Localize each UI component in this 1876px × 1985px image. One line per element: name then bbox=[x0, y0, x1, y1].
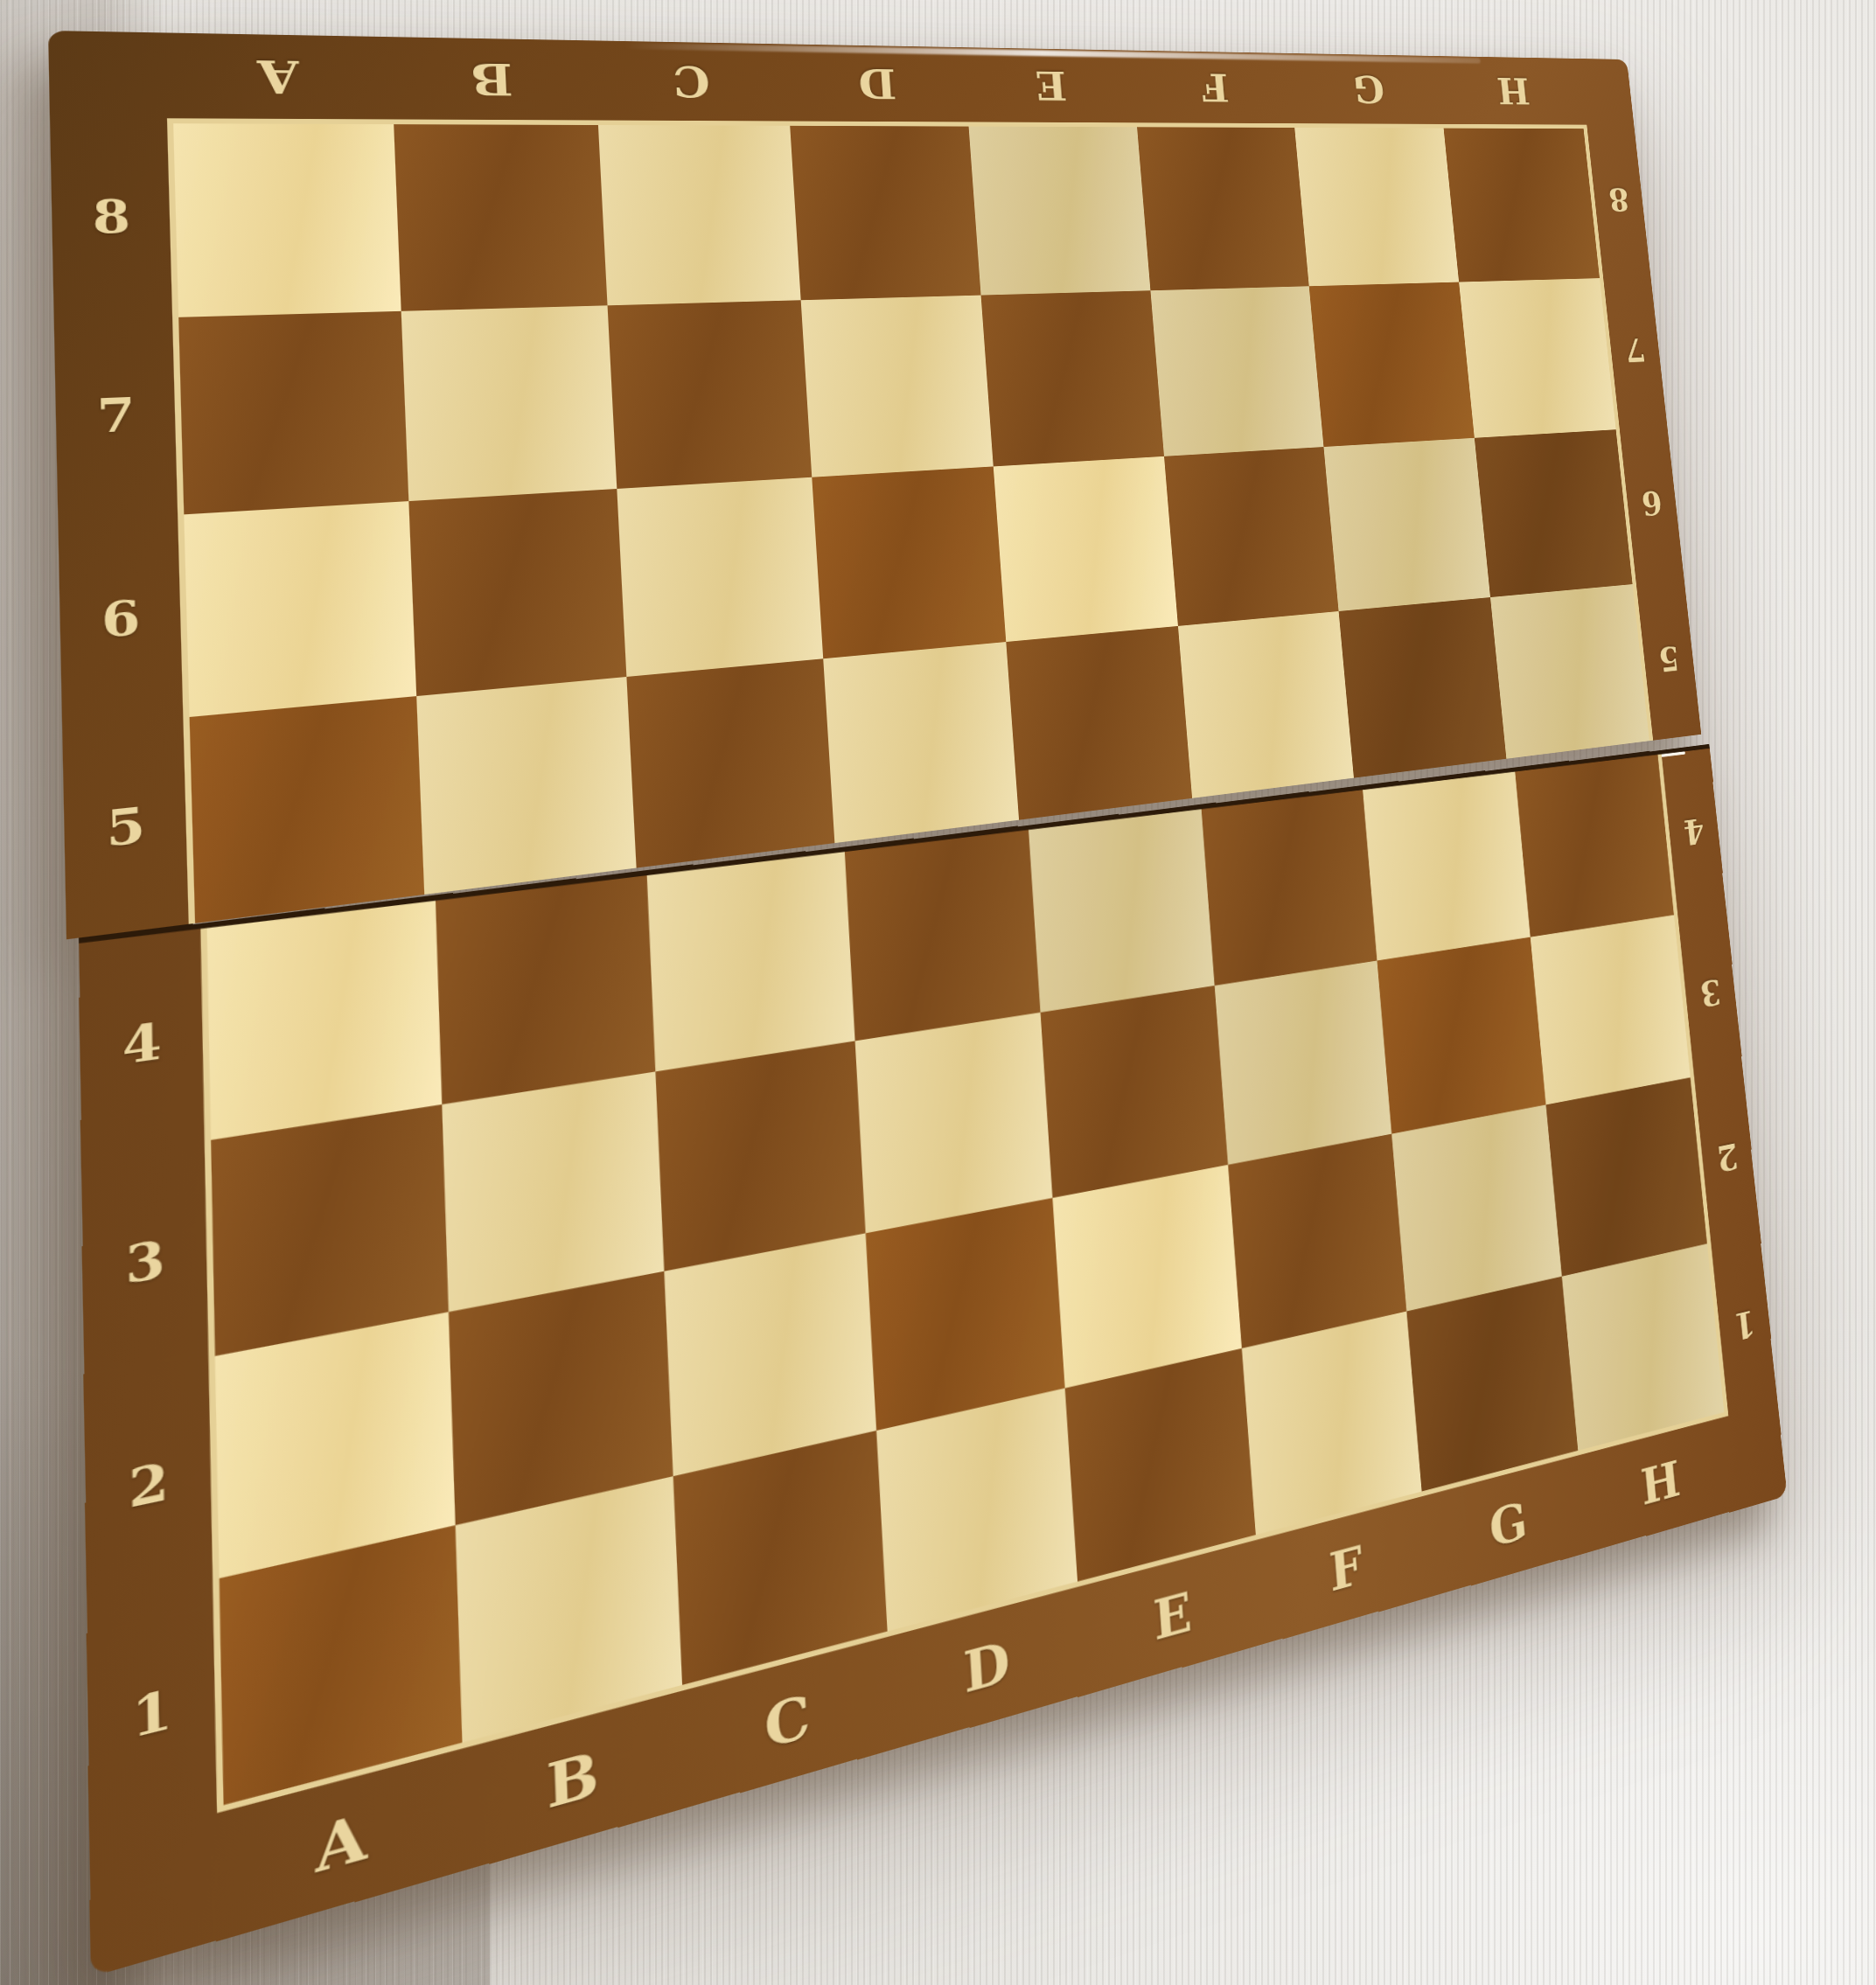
coordinate-text: 8 bbox=[92, 189, 131, 243]
square-a4 bbox=[207, 901, 442, 1139]
rank-label-left-1: 1 bbox=[87, 1584, 217, 1846]
coordinate-text: E bbox=[1152, 1579, 1194, 1653]
coordinate-text: 2 bbox=[128, 1450, 169, 1520]
coordinate-text: 1 bbox=[131, 1676, 173, 1750]
coordinate-text: 8 bbox=[1607, 181, 1630, 218]
coordinate-text: F bbox=[1327, 1534, 1364, 1604]
square-h7 bbox=[1459, 278, 1616, 438]
coordinate-text: 7 bbox=[1623, 331, 1647, 369]
rank-label-left-6: 6 bbox=[58, 512, 183, 728]
square-a6 bbox=[184, 501, 415, 716]
file-label-top-b: B bbox=[386, 37, 596, 120]
coordinate-text: 5 bbox=[105, 795, 145, 856]
square-e4 bbox=[1029, 809, 1214, 1012]
square-a8 bbox=[173, 123, 401, 317]
square-b5 bbox=[416, 676, 637, 895]
coordinate-text: 5 bbox=[1656, 638, 1681, 679]
coordinate-text: E bbox=[1034, 62, 1069, 109]
square-h2 bbox=[1545, 1077, 1707, 1276]
square-c5 bbox=[626, 658, 834, 868]
coordinate-text: D bbox=[856, 59, 897, 108]
square-g1 bbox=[1406, 1276, 1578, 1491]
square-f6 bbox=[1164, 447, 1339, 625]
square-h6 bbox=[1474, 429, 1632, 596]
square-b3 bbox=[442, 1071, 665, 1312]
square-d4 bbox=[844, 830, 1040, 1041]
square-b6 bbox=[408, 489, 627, 696]
square-f3 bbox=[1214, 960, 1391, 1165]
square-a7 bbox=[178, 310, 408, 514]
square-b8 bbox=[394, 124, 608, 310]
square-h1 bbox=[1561, 1243, 1724, 1451]
rank-labels-bottom-left: 4321 bbox=[79, 929, 217, 1847]
square-f5 bbox=[1177, 611, 1353, 798]
photo-canvas: ABCDEFGH 8765 8765 4321 4321 ABCDEFGH bbox=[0, 0, 1876, 1985]
coordinate-text: C bbox=[671, 56, 710, 107]
coordinate-text: H bbox=[1638, 1449, 1682, 1516]
square-h8 bbox=[1443, 129, 1600, 282]
square-a5 bbox=[190, 696, 424, 923]
square-h4 bbox=[1515, 755, 1674, 937]
square-e1 bbox=[1065, 1348, 1256, 1582]
square-g7 bbox=[1309, 282, 1475, 447]
square-d6 bbox=[812, 466, 1006, 658]
square-e7 bbox=[981, 290, 1164, 467]
square-f7 bbox=[1150, 286, 1323, 456]
coordinate-text: C bbox=[763, 1681, 812, 1762]
rank-label-left-2: 2 bbox=[84, 1361, 213, 1612]
coordinate-text: A bbox=[257, 50, 300, 104]
square-c7 bbox=[608, 300, 812, 489]
square-g8 bbox=[1294, 128, 1458, 286]
coordinate-text: G bbox=[1351, 66, 1386, 111]
square-g2 bbox=[1391, 1104, 1561, 1311]
square-d3 bbox=[854, 1012, 1052, 1233]
square-d8 bbox=[790, 126, 981, 300]
coordinate-text: B bbox=[470, 52, 514, 105]
coordinate-text: F bbox=[1199, 65, 1231, 110]
coordinate-text: H bbox=[1496, 69, 1532, 113]
file-label-top-g: G bbox=[1290, 53, 1446, 124]
coordinate-text: G bbox=[1487, 1490, 1529, 1559]
coordinate-text: 4 bbox=[1682, 810, 1706, 852]
square-b4 bbox=[435, 875, 655, 1104]
rank-labels-top-left: 8765 bbox=[50, 118, 189, 940]
square-c4 bbox=[647, 852, 854, 1071]
rank-label-left-3: 3 bbox=[81, 1142, 208, 1384]
square-h3 bbox=[1530, 915, 1690, 1105]
square-f8 bbox=[1137, 127, 1309, 290]
coordinate-text: A bbox=[314, 1799, 367, 1887]
square-g5 bbox=[1339, 597, 1506, 778]
file-label-top-c: C bbox=[591, 40, 788, 121]
square-c3 bbox=[655, 1041, 865, 1271]
file-label-top-e: E bbox=[963, 47, 1138, 122]
rank-label-left-4: 4 bbox=[79, 929, 205, 1160]
square-b7 bbox=[401, 305, 617, 501]
square-d7 bbox=[800, 295, 994, 477]
square-c8 bbox=[598, 125, 800, 305]
coordinate-text: 2 bbox=[1715, 1134, 1740, 1179]
file-label-top-h: H bbox=[1439, 56, 1587, 125]
rank-label-left-7: 7 bbox=[54, 313, 178, 519]
coordinate-text: 3 bbox=[125, 1228, 166, 1295]
square-e5 bbox=[1006, 626, 1191, 820]
file-label-top-f: F bbox=[1132, 51, 1296, 123]
square-f1 bbox=[1241, 1311, 1421, 1535]
square-e8 bbox=[969, 127, 1150, 296]
coordinate-text: 6 bbox=[1640, 483, 1664, 522]
coordinate-text: 6 bbox=[101, 589, 141, 647]
rank-label-left-5: 5 bbox=[62, 716, 189, 940]
file-label-top-d: D bbox=[784, 44, 969, 122]
coordinate-text: 7 bbox=[96, 387, 136, 442]
coordinate-text: 3 bbox=[1698, 971, 1723, 1014]
coordinate-text: 4 bbox=[122, 1011, 162, 1075]
square-d5 bbox=[823, 642, 1019, 844]
coordinate-text: B bbox=[546, 1737, 601, 1822]
square-h5 bbox=[1490, 584, 1649, 759]
file-label-top-a: A bbox=[164, 32, 388, 119]
square-f4 bbox=[1201, 790, 1377, 985]
square-c6 bbox=[617, 477, 822, 677]
square-g3 bbox=[1377, 937, 1545, 1133]
square-g6 bbox=[1323, 438, 1489, 611]
square-e3 bbox=[1041, 986, 1228, 1198]
coordinate-text: D bbox=[962, 1627, 1012, 1706]
square-e6 bbox=[994, 456, 1178, 642]
square-e2 bbox=[1052, 1165, 1241, 1388]
square-g4 bbox=[1363, 772, 1530, 961]
coordinate-text: 1 bbox=[1732, 1301, 1756, 1348]
rank-label-left-8: 8 bbox=[50, 118, 172, 317]
